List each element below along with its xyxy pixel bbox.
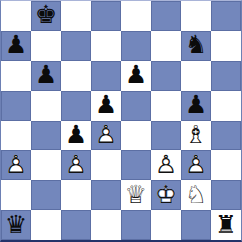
square-h5[interactable] <box>211 91 241 121</box>
square-f7[interactable] <box>151 31 181 61</box>
king-glyph-outline: ♔ <box>151 180 181 210</box>
square-d3[interactable] <box>91 150 121 180</box>
square-g6[interactable] <box>181 61 211 91</box>
square-f5[interactable] <box>151 91 181 121</box>
pawn-glyph-outline: ♙ <box>1 150 31 180</box>
piece-white-pawn[interactable]: ♟♙ <box>151 150 181 180</box>
square-f1[interactable] <box>151 210 181 240</box>
square-e1[interactable] <box>121 210 151 240</box>
square-e8[interactable] <box>121 1 151 31</box>
square-c2[interactable] <box>61 180 91 210</box>
square-g2[interactable]: ♞♘ <box>181 180 211 210</box>
square-d7[interactable] <box>91 31 121 61</box>
square-b4[interactable] <box>31 121 61 151</box>
square-b7[interactable] <box>31 31 61 61</box>
square-e6[interactable]: ♟ <box>121 61 151 91</box>
square-h2[interactable] <box>211 180 241 210</box>
piece-black-rook[interactable]: ♜ <box>211 210 241 240</box>
square-c1[interactable] <box>61 210 91 240</box>
square-e4[interactable] <box>121 121 151 151</box>
piece-black-queen[interactable]: ♛ <box>1 210 31 240</box>
pawn-glyph: ♟ <box>181 91 211 121</box>
bishop-glyph-outline: ♗ <box>181 121 211 151</box>
piece-black-pawn[interactable]: ♟ <box>181 91 211 121</box>
square-a5[interactable] <box>1 91 31 121</box>
pawn-glyph-outline: ♙ <box>181 150 211 180</box>
square-c6[interactable] <box>61 61 91 91</box>
piece-white-pawn[interactable]: ♟♙ <box>181 150 211 180</box>
pawn-glyph: ♟ <box>121 61 151 91</box>
knight-glyph-outline: ♘ <box>181 180 211 210</box>
square-h7[interactable] <box>211 31 241 61</box>
square-h1[interactable]: ♜ <box>211 210 241 240</box>
king-glyph: ♚ <box>31 1 61 31</box>
square-a2[interactable] <box>1 180 31 210</box>
square-d1[interactable] <box>91 210 121 240</box>
square-e7[interactable] <box>121 31 151 61</box>
square-b5[interactable] <box>31 91 61 121</box>
square-g8[interactable] <box>181 1 211 31</box>
square-d6[interactable] <box>91 61 121 91</box>
piece-black-pawn[interactable]: ♟ <box>61 121 91 151</box>
pawn-glyph: ♟ <box>31 61 61 91</box>
square-e2[interactable]: ♛♕ <box>121 180 151 210</box>
piece-white-pawn[interactable]: ♟♙ <box>1 150 31 180</box>
square-a8[interactable] <box>1 1 31 31</box>
square-g4[interactable]: ♝♗ <box>181 121 211 151</box>
knight-glyph: ♞ <box>181 31 211 61</box>
square-d4[interactable]: ♟♙ <box>91 121 121 151</box>
chess-board-grid: ♚♟♞♟♟♟♟♟♟♙♝♗♟♙♟♙♟♙♟♙♛♕♚♔♞♘♛♜ <box>1 1 241 240</box>
piece-white-king[interactable]: ♚♔ <box>151 180 181 210</box>
square-c3[interactable]: ♟♙ <box>61 150 91 180</box>
square-c5[interactable] <box>61 91 91 121</box>
piece-white-pawn[interactable]: ♟♙ <box>91 121 121 151</box>
square-a7[interactable]: ♟ <box>1 31 31 61</box>
square-h8[interactable] <box>211 1 241 31</box>
pawn-glyph-outline: ♙ <box>91 121 121 151</box>
piece-black-knight[interactable]: ♞ <box>181 31 211 61</box>
piece-black-pawn[interactable]: ♟ <box>1 31 31 61</box>
piece-white-pawn[interactable]: ♟♙ <box>61 150 91 180</box>
pawn-glyph-outline: ♙ <box>61 150 91 180</box>
square-f6[interactable] <box>151 61 181 91</box>
piece-white-bishop[interactable]: ♝♗ <box>181 121 211 151</box>
piece-white-queen[interactable]: ♛♕ <box>121 180 151 210</box>
square-c4[interactable]: ♟ <box>61 121 91 151</box>
square-a6[interactable] <box>1 61 31 91</box>
square-d5[interactable]: ♟ <box>91 91 121 121</box>
rook-glyph: ♜ <box>211 210 241 240</box>
square-d8[interactable] <box>91 1 121 31</box>
square-c8[interactable] <box>61 1 91 31</box>
square-h4[interactable] <box>211 121 241 151</box>
piece-white-knight[interactable]: ♞♘ <box>181 180 211 210</box>
square-a4[interactable] <box>1 121 31 151</box>
square-b3[interactable] <box>31 150 61 180</box>
pawn-glyph-outline: ♙ <box>151 150 181 180</box>
square-e3[interactable] <box>121 150 151 180</box>
square-f4[interactable] <box>151 121 181 151</box>
square-f3[interactable]: ♟♙ <box>151 150 181 180</box>
square-a1[interactable]: ♛ <box>1 210 31 240</box>
square-a3[interactable]: ♟♙ <box>1 150 31 180</box>
pawn-glyph: ♟ <box>1 31 31 61</box>
square-g7[interactable]: ♞ <box>181 31 211 61</box>
queen-glyph: ♛ <box>1 210 31 240</box>
square-f8[interactable] <box>151 1 181 31</box>
piece-black-pawn[interactable]: ♟ <box>31 61 61 91</box>
piece-black-pawn[interactable]: ♟ <box>121 61 151 91</box>
square-g5[interactable]: ♟ <box>181 91 211 121</box>
pawn-glyph: ♟ <box>91 91 121 121</box>
piece-black-king[interactable]: ♚ <box>31 1 61 31</box>
pawn-glyph: ♟ <box>61 121 91 151</box>
square-e5[interactable] <box>121 91 151 121</box>
square-c7[interactable] <box>61 31 91 61</box>
square-g3[interactable]: ♟♙ <box>181 150 211 180</box>
square-g1[interactable] <box>181 210 211 240</box>
square-b1[interactable] <box>31 210 61 240</box>
queen-glyph-outline: ♕ <box>121 180 151 210</box>
square-h6[interactable] <box>211 61 241 91</box>
square-h3[interactable] <box>211 150 241 180</box>
square-b6[interactable]: ♟ <box>31 61 61 91</box>
piece-black-pawn[interactable]: ♟ <box>91 91 121 121</box>
square-b8[interactable]: ♚ <box>31 1 61 31</box>
square-d2[interactable] <box>91 180 121 210</box>
chess-board: ♚♟♞♟♟♟♟♟♟♙♝♗♟♙♟♙♟♙♟♙♛♕♚♔♞♘♛♜ <box>0 0 242 242</box>
square-f2[interactable]: ♚♔ <box>151 180 181 210</box>
square-b2[interactable] <box>31 180 61 210</box>
